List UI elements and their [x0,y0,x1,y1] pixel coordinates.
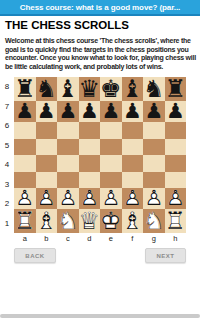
piece-white-rook: ♜♖ [14,209,36,233]
square-e8[interactable]: ♚ [100,77,122,101]
lesson-intro-text: Welcome at this chess course 'The chess … [5,37,196,71]
rank-labels: 87654321 [0,77,14,233]
square-f2[interactable]: ♟♙ [122,188,144,209]
square-e6[interactable] [100,122,122,139]
piece-white-pawn: ♟♙ [144,188,163,209]
square-b2[interactable]: ♟♙ [36,188,58,209]
square-f1[interactable]: ♝♗ [122,209,144,233]
square-f4[interactable] [122,155,144,172]
square-a8[interactable]: ♜ [14,77,36,101]
lesson-heading: THE CHESS SCROLLS [5,19,195,31]
square-d6[interactable] [79,122,101,139]
square-a4[interactable] [14,155,36,172]
square-d8[interactable]: ♛ [79,77,101,101]
square-g1[interactable]: ♞♘ [143,209,165,233]
square-h8[interactable]: ♜ [165,77,187,101]
rank-label-8: 8 [0,77,14,97]
square-f6[interactable] [122,122,144,139]
square-a1[interactable]: ♜♖ [14,209,36,233]
square-d1[interactable]: ♛♕ [79,209,101,233]
square-c4[interactable] [57,155,79,172]
chess-board: ♜♞♝♛♚♝♞♜♟♟♟♟♟♟♟♟♟♙♟♙♟♙♟♙♟♙♟♙♟♙♟♙♜♖♝♗♞♘♛♕… [14,77,186,233]
square-a5[interactable] [14,139,36,156]
piece-black-pawn: ♟ [80,101,99,122]
square-g2[interactable]: ♟♙ [143,188,165,209]
square-d5[interactable] [79,139,101,156]
piece-black-pawn: ♟ [58,101,77,122]
piece-white-knight: ♞♘ [57,209,79,233]
piece-white-pawn: ♟♙ [101,188,120,209]
rank-label-3: 3 [0,175,14,195]
square-f8[interactable]: ♝ [122,77,144,101]
piece-white-queen: ♛♕ [79,209,101,233]
piece-black-pawn: ♟ [123,101,142,122]
rank-label-6: 6 [0,116,14,136]
piece-white-pawn: ♟♙ [123,188,142,209]
square-c1[interactable]: ♞♘ [57,209,79,233]
piece-black-pawn: ♟ [144,101,163,122]
file-label-a: a [14,234,36,244]
piece-black-pawn: ♟ [37,101,56,122]
piece-black-pawn: ♟ [15,101,34,122]
square-b4[interactable] [36,155,58,172]
rank-label-7: 7 [0,97,14,117]
back-button[interactable]: BACK [14,248,56,263]
piece-black-bishop: ♝ [122,77,144,101]
piece-white-bishop: ♝♗ [122,209,144,233]
square-g6[interactable] [143,122,165,139]
square-e1[interactable]: ♚♔ [100,209,122,233]
square-d2[interactable]: ♟♙ [79,188,101,209]
square-g7[interactable]: ♟ [143,101,165,122]
piece-black-pawn: ♟ [101,101,120,122]
piece-white-bishop: ♝♗ [36,209,58,233]
square-g4[interactable] [143,155,165,172]
file-label-d: d [79,234,101,244]
square-d4[interactable] [79,155,101,172]
square-b8[interactable]: ♞ [36,77,58,101]
square-b7[interactable]: ♟ [36,101,58,122]
rank-label-5: 5 [0,136,14,156]
square-h5[interactable] [165,139,187,156]
piece-black-king: ♚ [100,77,122,101]
square-f5[interactable] [122,139,144,156]
piece-white-king: ♚♔ [100,209,122,233]
square-h6[interactable] [165,122,187,139]
piece-white-pawn: ♟♙ [15,188,34,209]
square-c7[interactable]: ♟ [57,101,79,122]
square-a7[interactable]: ♟ [14,101,36,122]
app-title-bar: Chess course: what is a good move? (par.… [0,0,200,16]
piece-white-rook: ♜♖ [165,209,187,233]
square-e2[interactable]: ♟♙ [100,188,122,209]
square-c5[interactable] [57,139,79,156]
square-h2[interactable]: ♟♙ [165,188,187,209]
square-e7[interactable]: ♟ [100,101,122,122]
piece-white-pawn: ♟♙ [37,188,56,209]
square-h1[interactable]: ♜♖ [165,209,187,233]
square-g8[interactable]: ♞ [143,77,165,101]
piece-black-knight: ♞ [36,77,58,101]
piece-black-knight: ♞ [143,77,165,101]
rank-label-4: 4 [0,155,14,175]
square-c2[interactable]: ♟♙ [57,188,79,209]
file-label-c: c [57,234,79,244]
piece-white-pawn: ♟♙ [58,188,77,209]
square-d7[interactable]: ♟ [79,101,101,122]
square-a6[interactable] [14,122,36,139]
file-labels: abcdefgh [14,234,186,244]
piece-white-pawn: ♟♙ [80,188,99,209]
rank-label-2: 2 [0,194,14,214]
piece-black-pawn: ♟ [166,101,185,122]
square-h7[interactable]: ♟ [165,101,187,122]
piece-black-bishop: ♝ [57,77,79,101]
piece-white-knight: ♞♘ [143,209,165,233]
square-h4[interactable] [165,155,187,172]
next-button[interactable]: NEXT [145,248,186,263]
file-label-g: g [143,234,165,244]
square-c8[interactable]: ♝ [57,77,79,101]
square-a2[interactable]: ♟♙ [14,188,36,209]
square-e4[interactable] [100,155,122,172]
square-e5[interactable] [100,139,122,156]
square-c6[interactable] [57,122,79,139]
piece-black-rook: ♜ [14,77,36,101]
file-label-e: e [100,234,122,244]
square-f7[interactable]: ♟ [122,101,144,122]
square-b6[interactable] [36,122,58,139]
bottom-divider [0,314,200,318]
piece-black-queen: ♛ [79,77,101,101]
square-b1[interactable]: ♝♗ [36,209,58,233]
app-title: Chess course: what is a good move? (par.… [20,3,180,12]
square-b5[interactable] [36,139,58,156]
file-label-b: b [36,234,58,244]
file-label-h: h [165,234,187,244]
file-label-f: f [122,234,144,244]
rank-label-1: 1 [0,214,14,234]
square-g5[interactable] [143,139,165,156]
piece-white-pawn: ♟♙ [166,188,185,209]
piece-black-rook: ♜ [165,77,187,101]
